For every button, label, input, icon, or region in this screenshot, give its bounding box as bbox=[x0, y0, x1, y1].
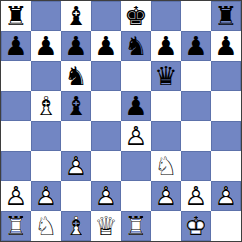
square-c5[interactable]: ♝ bbox=[61, 91, 91, 121]
black-piece-glyph: ♜ bbox=[211, 1, 241, 31]
white-piece-outline-layer: ♙ bbox=[211, 181, 241, 211]
piece-black-pawn[interactable]: ♟ bbox=[31, 31, 61, 61]
white-piece-outline-layer: ♙ bbox=[61, 151, 91, 181]
white-piece-outline-layer: ♙ bbox=[31, 181, 61, 211]
black-piece-glyph: ♟ bbox=[91, 31, 121, 61]
piece-black-pawn[interactable]: ♟ bbox=[1, 31, 31, 61]
square-h1[interactable] bbox=[211, 211, 241, 241]
white-piece-outline-layer: ♕ bbox=[91, 211, 121, 241]
piece-white-bishop[interactable]: ♝♗ bbox=[31, 91, 61, 121]
black-piece-glyph: ♞ bbox=[121, 31, 151, 61]
square-g8[interactable] bbox=[181, 1, 211, 31]
square-g1[interactable]: ♚♔ bbox=[181, 211, 211, 241]
square-e7[interactable]: ♞ bbox=[121, 31, 151, 61]
square-g5[interactable] bbox=[181, 91, 211, 121]
square-f7[interactable]: ♟ bbox=[151, 31, 181, 61]
square-d2[interactable]: ♟♙ bbox=[91, 181, 121, 211]
square-a2[interactable]: ♟♙ bbox=[1, 181, 31, 211]
piece-white-king[interactable]: ♚♔ bbox=[181, 211, 211, 241]
white-piece-outline-layer: ♖ bbox=[1, 211, 31, 241]
piece-black-bishop[interactable]: ♝ bbox=[61, 1, 91, 31]
square-b2[interactable]: ♟♙ bbox=[31, 181, 61, 211]
square-g3[interactable] bbox=[181, 151, 211, 181]
piece-black-rook[interactable]: ♜ bbox=[1, 1, 31, 31]
piece-black-pawn[interactable]: ♟ bbox=[151, 31, 181, 61]
square-f3[interactable]: ♞♘ bbox=[151, 151, 181, 181]
square-a8[interactable]: ♜ bbox=[1, 1, 31, 31]
square-e3[interactable] bbox=[121, 151, 151, 181]
piece-black-pawn[interactable]: ♟ bbox=[91, 31, 121, 61]
square-h7[interactable]: ♟ bbox=[211, 31, 241, 61]
white-piece-outline-layer: ♘ bbox=[151, 151, 181, 181]
square-h4[interactable] bbox=[211, 121, 241, 151]
square-b3[interactable] bbox=[31, 151, 61, 181]
piece-white-pawn[interactable]: ♟♙ bbox=[151, 181, 181, 211]
square-d8[interactable] bbox=[91, 1, 121, 31]
square-b7[interactable]: ♟ bbox=[31, 31, 61, 61]
square-g7[interactable]: ♟ bbox=[181, 31, 211, 61]
square-f5[interactable] bbox=[151, 91, 181, 121]
piece-black-pawn[interactable]: ♟ bbox=[121, 91, 151, 121]
black-piece-glyph: ♜ bbox=[1, 1, 31, 31]
square-a3[interactable] bbox=[1, 151, 31, 181]
square-f1[interactable] bbox=[151, 211, 181, 241]
square-b5[interactable]: ♝♗ bbox=[31, 91, 61, 121]
piece-white-pawn[interactable]: ♟♙ bbox=[61, 151, 91, 181]
black-piece-glyph: ♟ bbox=[151, 31, 181, 61]
square-h2[interactable]: ♟♙ bbox=[211, 181, 241, 211]
chess-board: ♜♝♚♜♟♟♟♟♞♟♟♟♞♛♝♗♝♟♟♙♟♙♞♘♟♙♟♙♟♙♟♙♟♙♟♙♜♖♞♘… bbox=[0, 0, 242, 242]
square-e4[interactable]: ♟♙ bbox=[121, 121, 151, 151]
piece-black-pawn[interactable]: ♟ bbox=[181, 31, 211, 61]
white-piece-outline-layer: ♗ bbox=[61, 211, 91, 241]
square-d7[interactable]: ♟ bbox=[91, 31, 121, 61]
white-piece-outline-layer: ♙ bbox=[151, 181, 181, 211]
square-c8[interactable]: ♝ bbox=[61, 1, 91, 31]
black-piece-glyph: ♚ bbox=[121, 1, 151, 31]
square-d1[interactable]: ♛♕ bbox=[91, 211, 121, 241]
square-a6[interactable] bbox=[1, 61, 31, 91]
piece-white-pawn[interactable]: ♟♙ bbox=[31, 181, 61, 211]
square-c1[interactable]: ♝♗ bbox=[61, 211, 91, 241]
piece-black-queen[interactable]: ♛ bbox=[151, 61, 181, 91]
piece-black-pawn[interactable]: ♟ bbox=[211, 31, 241, 61]
white-piece-outline-layer: ♔ bbox=[181, 211, 211, 241]
square-a1[interactable]: ♜♖ bbox=[1, 211, 31, 241]
white-piece-outline-layer: ♙ bbox=[181, 181, 211, 211]
square-h5[interactable] bbox=[211, 91, 241, 121]
square-b8[interactable] bbox=[31, 1, 61, 31]
square-d4[interactable] bbox=[91, 121, 121, 151]
square-f8[interactable] bbox=[151, 1, 181, 31]
piece-black-pawn[interactable]: ♟ bbox=[61, 31, 91, 61]
square-e5[interactable]: ♟ bbox=[121, 91, 151, 121]
piece-white-pawn[interactable]: ♟♙ bbox=[91, 181, 121, 211]
black-piece-glyph: ♟ bbox=[181, 31, 211, 61]
piece-white-knight[interactable]: ♞♘ bbox=[31, 211, 61, 241]
square-e8[interactable]: ♚ bbox=[121, 1, 151, 31]
square-g4[interactable] bbox=[181, 121, 211, 151]
piece-white-pawn[interactable]: ♟♙ bbox=[211, 181, 241, 211]
black-piece-glyph: ♟ bbox=[61, 31, 91, 61]
square-h6[interactable] bbox=[211, 61, 241, 91]
square-b1[interactable]: ♞♘ bbox=[31, 211, 61, 241]
black-piece-glyph: ♞ bbox=[61, 61, 91, 91]
square-c6[interactable]: ♞ bbox=[61, 61, 91, 91]
piece-white-pawn[interactable]: ♟♙ bbox=[181, 181, 211, 211]
piece-white-rook[interactable]: ♜♖ bbox=[1, 211, 31, 241]
square-h8[interactable]: ♜ bbox=[211, 1, 241, 31]
black-piece-glyph: ♝ bbox=[61, 91, 91, 121]
square-c7[interactable]: ♟ bbox=[61, 31, 91, 61]
square-a5[interactable] bbox=[1, 91, 31, 121]
white-piece-outline-layer: ♖ bbox=[121, 211, 151, 241]
square-d5[interactable] bbox=[91, 91, 121, 121]
square-f4[interactable] bbox=[151, 121, 181, 151]
black-piece-glyph: ♟ bbox=[31, 31, 61, 61]
square-f6[interactable]: ♛ bbox=[151, 61, 181, 91]
square-h3[interactable] bbox=[211, 151, 241, 181]
white-piece-outline-layer: ♘ bbox=[31, 211, 61, 241]
black-piece-glyph: ♛ bbox=[151, 61, 181, 91]
white-piece-outline-layer: ♙ bbox=[1, 181, 31, 211]
piece-black-knight[interactable]: ♞ bbox=[61, 61, 91, 91]
piece-white-bishop[interactable]: ♝♗ bbox=[61, 211, 91, 241]
black-piece-glyph: ♟ bbox=[211, 31, 241, 61]
square-c4[interactable] bbox=[61, 121, 91, 151]
square-a4[interactable] bbox=[1, 121, 31, 151]
white-piece-outline-layer: ♗ bbox=[31, 91, 61, 121]
square-b6[interactable] bbox=[31, 61, 61, 91]
square-e6[interactable] bbox=[121, 61, 151, 91]
square-d3[interactable] bbox=[91, 151, 121, 181]
piece-white-pawn[interactable]: ♟♙ bbox=[1, 181, 31, 211]
piece-white-rook[interactable]: ♜♖ bbox=[121, 211, 151, 241]
piece-black-king[interactable]: ♚ bbox=[121, 1, 151, 31]
square-e2[interactable] bbox=[121, 181, 151, 211]
black-piece-glyph: ♟ bbox=[1, 31, 31, 61]
square-d6[interactable] bbox=[91, 61, 121, 91]
piece-white-queen[interactable]: ♛♕ bbox=[91, 211, 121, 241]
square-g6[interactable] bbox=[181, 61, 211, 91]
piece-black-knight[interactable]: ♞ bbox=[121, 31, 151, 61]
square-b4[interactable] bbox=[31, 121, 61, 151]
black-piece-glyph: ♝ bbox=[61, 1, 91, 31]
white-piece-outline-layer: ♙ bbox=[121, 121, 151, 151]
square-e1[interactable]: ♜♖ bbox=[121, 211, 151, 241]
square-c3[interactable]: ♟♙ bbox=[61, 151, 91, 181]
square-g2[interactable]: ♟♙ bbox=[181, 181, 211, 211]
square-c2[interactable] bbox=[61, 181, 91, 211]
square-a7[interactable]: ♟ bbox=[1, 31, 31, 61]
piece-black-rook[interactable]: ♜ bbox=[211, 1, 241, 31]
piece-white-knight[interactable]: ♞♘ bbox=[151, 151, 181, 181]
piece-white-pawn[interactable]: ♟♙ bbox=[121, 121, 151, 151]
white-piece-outline-layer: ♙ bbox=[91, 181, 121, 211]
black-piece-glyph: ♟ bbox=[121, 91, 151, 121]
square-f2[interactable]: ♟♙ bbox=[151, 181, 181, 211]
piece-black-bishop[interactable]: ♝ bbox=[61, 91, 91, 121]
